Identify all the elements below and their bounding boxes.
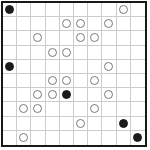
cell-r0c4[interactable]	[60, 3, 74, 17]
cell-r9c9[interactable]	[131, 131, 145, 145]
white-pearl	[19, 104, 28, 113]
black-pearl	[62, 90, 71, 99]
cell-r8c8[interactable]	[117, 117, 131, 131]
black-pearl	[5, 62, 14, 71]
white-pearl	[48, 90, 57, 99]
white-pearl	[104, 62, 113, 71]
white-pearl	[76, 19, 85, 28]
cell-r5c7[interactable]	[102, 74, 116, 88]
cell-r2c3[interactable]	[46, 31, 60, 45]
cell-r4c8[interactable]	[117, 60, 131, 74]
cell-r4c3[interactable]	[46, 60, 60, 74]
cell-r5c3[interactable]	[46, 74, 60, 88]
cell-r7c9[interactable]	[131, 102, 145, 116]
cell-r6c5[interactable]	[74, 88, 88, 102]
cell-r7c0[interactable]	[3, 102, 17, 116]
cell-r2c8[interactable]	[117, 31, 131, 45]
cell-r4c9[interactable]	[131, 60, 145, 74]
cell-r3c7[interactable]	[102, 46, 116, 60]
cell-r9c1[interactable]	[17, 131, 31, 145]
cell-r2c0[interactable]	[3, 31, 17, 45]
cell-r0c5[interactable]	[74, 3, 88, 17]
cell-r9c0[interactable]	[3, 131, 17, 145]
cell-r3c6[interactable]	[88, 46, 102, 60]
cell-r8c4[interactable]	[60, 117, 74, 131]
cell-r8c2[interactable]	[31, 117, 45, 131]
cell-r5c1[interactable]	[17, 74, 31, 88]
cell-r9c8[interactable]	[117, 131, 131, 145]
black-pearl	[119, 119, 128, 128]
cell-r7c8[interactable]	[117, 102, 131, 116]
white-pearl	[104, 19, 113, 28]
cell-r1c3[interactable]	[46, 17, 60, 31]
white-pearl	[33, 104, 42, 113]
cell-r9c2[interactable]	[31, 131, 45, 145]
cell-r0c9[interactable]	[131, 3, 145, 17]
cell-r9c7[interactable]	[102, 131, 116, 145]
cell-r2c4[interactable]	[60, 31, 74, 45]
cell-r8c7[interactable]	[102, 117, 116, 131]
cell-r3c0[interactable]	[3, 46, 17, 60]
black-pearl	[133, 133, 142, 142]
cell-r4c2[interactable]	[31, 60, 45, 74]
cell-r0c6[interactable]	[88, 3, 102, 17]
cell-r6c6[interactable]	[88, 88, 102, 102]
cell-r9c6[interactable]	[88, 131, 102, 145]
white-pearl	[76, 119, 85, 128]
cell-r4c7[interactable]	[102, 60, 116, 74]
cell-r0c8[interactable]	[117, 3, 131, 17]
cell-r2c5[interactable]	[74, 31, 88, 45]
cell-r9c4[interactable]	[60, 131, 74, 145]
cell-r2c2[interactable]	[31, 31, 45, 45]
cell-r1c5[interactable]	[74, 17, 88, 31]
cell-r1c1[interactable]	[17, 17, 31, 31]
white-pearl	[90, 76, 99, 85]
cell-r3c9[interactable]	[131, 46, 145, 60]
cell-r5c9[interactable]	[131, 74, 145, 88]
cell-r4c5[interactable]	[74, 60, 88, 74]
white-pearl	[104, 90, 113, 99]
cell-r7c5[interactable]	[74, 102, 88, 116]
white-pearl	[48, 48, 57, 57]
white-pearl	[33, 90, 42, 99]
cell-r0c7[interactable]	[102, 3, 116, 17]
cell-r1c7[interactable]	[102, 17, 116, 31]
cell-r5c6[interactable]	[88, 74, 102, 88]
cell-r8c3[interactable]	[46, 117, 60, 131]
cell-r6c4[interactable]	[60, 88, 74, 102]
cell-r4c1[interactable]	[17, 60, 31, 74]
masyu-board	[1, 1, 147, 147]
cell-r5c4[interactable]	[60, 74, 74, 88]
cell-r2c7[interactable]	[102, 31, 116, 45]
cell-r9c5[interactable]	[74, 131, 88, 145]
white-pearl	[90, 33, 99, 42]
cell-r6c3[interactable]	[46, 88, 60, 102]
cell-r0c2[interactable]	[31, 3, 45, 17]
cell-r2c9[interactable]	[131, 31, 145, 45]
cell-r8c9[interactable]	[131, 117, 145, 131]
white-pearl	[19, 133, 28, 142]
cell-r1c2[interactable]	[31, 17, 45, 31]
cell-r3c3[interactable]	[46, 46, 60, 60]
cell-r1c6[interactable]	[88, 17, 102, 31]
cell-r7c3[interactable]	[46, 102, 60, 116]
cell-r3c8[interactable]	[117, 46, 131, 60]
white-pearl	[62, 76, 71, 85]
cell-r7c7[interactable]	[102, 102, 116, 116]
cell-r3c5[interactable]	[74, 46, 88, 60]
white-pearl	[90, 104, 99, 113]
cell-r2c1[interactable]	[17, 31, 31, 45]
cell-r7c1[interactable]	[17, 102, 31, 116]
cell-r6c9[interactable]	[131, 88, 145, 102]
cell-r9c3[interactable]	[46, 131, 60, 145]
cell-r0c3[interactable]	[46, 3, 60, 17]
white-pearl	[62, 48, 71, 57]
cell-r8c6[interactable]	[88, 117, 102, 131]
cell-r1c9[interactable]	[131, 17, 145, 31]
cell-r2c6[interactable]	[88, 31, 102, 45]
cell-r1c4[interactable]	[60, 17, 74, 31]
white-pearl	[76, 33, 85, 42]
white-pearl	[62, 19, 71, 28]
cell-r1c8[interactable]	[117, 17, 131, 31]
cell-r6c0[interactable]	[3, 88, 17, 102]
cell-r5c0[interactable]	[3, 74, 17, 88]
white-pearl	[48, 76, 57, 85]
cell-r1c0[interactable]	[3, 17, 17, 31]
white-pearl	[119, 5, 128, 14]
cell-r8c0[interactable]	[3, 117, 17, 131]
cell-r5c2[interactable]	[31, 74, 45, 88]
black-pearl	[5, 5, 14, 14]
white-pearl	[33, 33, 42, 42]
masyu-puzzle	[0, 0, 150, 150]
cell-r4c4[interactable]	[60, 60, 74, 74]
cell-r8c5[interactable]	[74, 117, 88, 131]
cell-r3c2[interactable]	[31, 46, 45, 60]
cell-r6c2[interactable]	[31, 88, 45, 102]
cell-r3c4[interactable]	[60, 46, 74, 60]
cell-r7c4[interactable]	[60, 102, 74, 116]
cell-r0c0[interactable]	[3, 3, 17, 17]
cell-r4c0[interactable]	[3, 60, 17, 74]
cell-r3c1[interactable]	[17, 46, 31, 60]
cell-r8c1[interactable]	[17, 117, 31, 131]
cell-r6c7[interactable]	[102, 88, 116, 102]
cell-r4c6[interactable]	[88, 60, 102, 74]
cell-r7c2[interactable]	[31, 102, 45, 116]
cell-r6c1[interactable]	[17, 88, 31, 102]
cell-r7c6[interactable]	[88, 102, 102, 116]
cell-r5c5[interactable]	[74, 74, 88, 88]
cell-r5c8[interactable]	[117, 74, 131, 88]
cell-r6c8[interactable]	[117, 88, 131, 102]
cell-r0c1[interactable]	[17, 3, 31, 17]
